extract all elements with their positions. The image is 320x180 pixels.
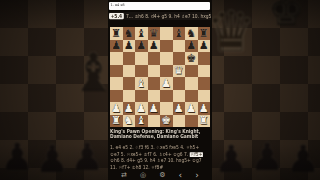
square-d8[interactable]: ♛ [148, 27, 161, 40]
back-icon[interactable]: ‹ [179, 171, 183, 180]
square-c2[interactable]: ♟ [135, 102, 148, 115]
pawn-silhouette-icon: ♟ [214, 140, 248, 178]
pawn-silhouette-icon: ♟ [0, 138, 34, 176]
square-c7[interactable]: ♟ [135, 40, 148, 53]
piece-white-pawn: ♟ [161, 78, 171, 89]
square-b3[interactable] [123, 90, 136, 103]
square-b7[interactable]: ♟ [123, 40, 136, 53]
square-d1[interactable] [148, 115, 161, 128]
square-h7[interactable]: ♟ [198, 40, 211, 53]
pawn-silhouette-icon: ♟ [286, 140, 320, 178]
square-b2[interactable]: ♟ [123, 102, 136, 115]
piece-black-queen: ♛ [149, 28, 159, 39]
square-e7[interactable] [160, 40, 173, 53]
piece-white-bishop: ♝ [136, 78, 146, 89]
square-e3[interactable] [160, 90, 173, 103]
square-g2[interactable]: ♟ [185, 102, 198, 115]
square-c4[interactable]: ♝ [135, 77, 148, 90]
piece-white-pawn: ♟ [174, 103, 184, 114]
square-e5[interactable] [160, 65, 173, 78]
square-h6[interactable] [198, 52, 211, 65]
square-h5[interactable] [198, 65, 211, 78]
square-f2[interactable]: ♟ [173, 102, 186, 115]
square-f1[interactable] [173, 115, 186, 128]
piece-black-knight: ♞ [186, 28, 196, 39]
square-e1[interactable]: ♚ [160, 115, 173, 128]
piece-black-pawn: ♟ [111, 40, 121, 51]
square-d7[interactable]: ♟ [148, 40, 161, 53]
square-c8[interactable]: ♝ [135, 27, 148, 40]
piece-white-bishop: ♝ [136, 115, 146, 126]
video-frame: ♝ ♛ ♚ ♟ ♟ ♟ ♟ ♟ ♟ 1. e4 e5 +5.4 7... ♔h6… [0, 0, 320, 180]
piece-black-pawn: ♟ [186, 40, 196, 51]
square-g6[interactable]: ♚ [185, 52, 198, 65]
piece-black-pawn: ♟ [199, 40, 209, 51]
pgn-input-value: 1. e4 e5 [109, 2, 210, 7]
piece-white-king: ♚ [161, 115, 171, 126]
square-a1[interactable]: ♜ [110, 115, 123, 128]
piece-white-queen: ♛ [174, 65, 184, 76]
square-e6[interactable] [160, 52, 173, 65]
eval-badge: +5.4 [109, 13, 124, 19]
square-a8[interactable]: ♜ [110, 27, 123, 40]
piece-black-bishop: ♝ [136, 28, 146, 39]
square-c6[interactable] [135, 52, 148, 65]
piece-white-pawn: ♟ [136, 103, 146, 114]
piece-black-knight: ♞ [124, 28, 134, 39]
piece-black-king: ♚ [186, 53, 196, 64]
square-d2[interactable]: ♟ [148, 102, 161, 115]
engine-line-text: 7... ♔h6 8. d4+ g5 9. h4 ♗e7 10. hxg5+ ♔… [126, 14, 211, 19]
move-line: ♔h6 8. d4+ g5 9. h4 ♗e7 10. hxg5+ ♔g7 [110, 158, 210, 164]
square-e8[interactable] [160, 27, 173, 40]
bottom-toolbar: ⇄ ◎ ⚙ ‹ › [108, 170, 212, 180]
queen-silhouette-icon: ♛ [206, 4, 256, 60]
piece-white-rook: ♜ [111, 115, 121, 126]
current-move[interactable]: ♕f5+ [190, 152, 204, 157]
square-h4[interactable] [198, 77, 211, 90]
square-b6[interactable] [123, 52, 136, 65]
square-f6[interactable] [173, 52, 186, 65]
piece-white-pawn: ♟ [124, 103, 134, 114]
square-c3[interactable] [135, 90, 148, 103]
square-d5[interactable] [148, 65, 161, 78]
piece-white-pawn: ♟ [186, 103, 196, 114]
square-h3[interactable] [198, 90, 211, 103]
square-h8[interactable]: ♜ [198, 27, 211, 40]
move-line: 1. e4 e5 2. ♘f3 f6 3. ♘xe5 fxe5 4. ♕h5+ [110, 145, 210, 151]
square-b4[interactable] [123, 77, 136, 90]
pgn-input[interactable]: 1. e4 e5 [109, 2, 210, 10]
piece-white-rook: ♜ [199, 115, 209, 126]
square-a6[interactable] [110, 52, 123, 65]
square-d3[interactable] [148, 90, 161, 103]
hint-icon[interactable]: ◎ [140, 172, 146, 179]
square-g5[interactable] [185, 65, 198, 78]
king-silhouette-icon: ♚ [268, 0, 304, 30]
square-g3[interactable] [185, 90, 198, 103]
square-a5[interactable] [110, 65, 123, 78]
engine-line-bar[interactable]: +5.4 7... ♔h6 8. d4+ g5 9. h4 ♗e7 10. hx… [109, 12, 211, 20]
square-f5[interactable]: ♛ [173, 65, 186, 78]
piece-white-pawn: ♟ [199, 103, 209, 114]
square-f4[interactable] [173, 77, 186, 90]
settings-icon[interactable]: ⚙ [159, 172, 165, 179]
square-g8[interactable]: ♞ [185, 27, 198, 40]
square-e2[interactable] [160, 102, 173, 115]
square-h1[interactable]: ♜ [198, 115, 211, 128]
piece-black-pawn: ♟ [136, 40, 146, 51]
square-g7[interactable]: ♟ [185, 40, 198, 53]
square-c1[interactable]: ♝ [135, 115, 148, 128]
piece-white-pawn: ♟ [149, 103, 159, 114]
analysis-app: 1. e4 e5 +5.4 7... ♔h6 8. d4+ g5 9. h4 ♗… [108, 0, 212, 180]
square-e4[interactable]: ♟ [160, 77, 173, 90]
square-f8[interactable]: ♝ [173, 27, 186, 40]
square-h2[interactable]: ♟ [198, 102, 211, 115]
square-g1[interactable] [185, 115, 198, 128]
square-d4[interactable] [148, 77, 161, 90]
flip-board-icon[interactable]: ⇄ [121, 172, 127, 179]
pawn-silhouette-icon: ♟ [35, 140, 69, 178]
piece-black-pawn: ♟ [124, 40, 134, 51]
square-g4[interactable] [185, 77, 198, 90]
square-a3[interactable] [110, 90, 123, 103]
square-a2[interactable]: ♟ [110, 102, 123, 115]
square-a7[interactable]: ♟ [110, 40, 123, 53]
pawn-silhouette-icon: ♟ [70, 138, 104, 176]
piece-black-rook: ♜ [199, 28, 209, 39]
square-b8[interactable]: ♞ [123, 27, 136, 40]
piece-black-rook: ♜ [111, 28, 121, 39]
square-b1[interactable]: ♞ [123, 115, 136, 128]
piece-white-pawn: ♟ [111, 103, 121, 114]
square-a4[interactable] [110, 77, 123, 90]
square-f7[interactable] [173, 40, 186, 53]
piece-black-bishop: ♝ [174, 28, 184, 39]
piece-white-knight: ♞ [124, 115, 134, 126]
piece-black-pawn: ♟ [149, 40, 159, 51]
forward-icon[interactable]: › [195, 171, 199, 180]
square-c5[interactable] [135, 65, 148, 78]
square-d6[interactable] [148, 52, 161, 65]
square-b5[interactable] [123, 65, 136, 78]
chess-board[interactable]: ♜♞♝♛♝♞♜♟♟♟♟♟♟♚♛♝♟♟♟♟♟♟♟♟♜♞♝♚♜ [110, 27, 210, 127]
pawn-silhouette-icon: ♟ [250, 138, 284, 176]
square-f3[interactable] [173, 90, 186, 103]
